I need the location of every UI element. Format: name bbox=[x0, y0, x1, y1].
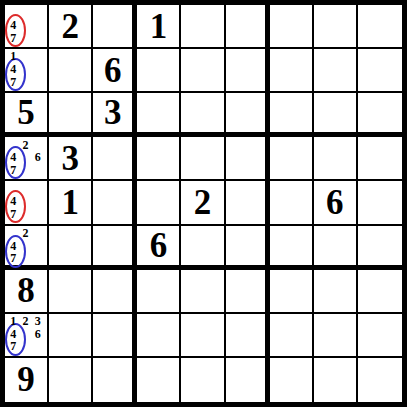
pencil-marks: 247 bbox=[7, 227, 44, 265]
cell-r6c6[interactable] bbox=[226, 226, 270, 270]
given-digit: 5 bbox=[5, 93, 47, 132]
cell-r3c2[interactable] bbox=[49, 93, 93, 137]
cell-r1c1[interactable]: 47 bbox=[5, 5, 49, 49]
cell-r3c8[interactable] bbox=[314, 93, 358, 137]
candidate-4: 4 bbox=[7, 239, 19, 252]
cell-r7c3[interactable] bbox=[93, 270, 137, 314]
cell-r4c5[interactable] bbox=[181, 137, 225, 181]
pencil-marks: 2467 bbox=[7, 138, 44, 176]
cell-r4c2[interactable]: 3 bbox=[49, 137, 93, 181]
candidate-7: 7 bbox=[7, 252, 19, 265]
pencil-marks: 123467 bbox=[7, 315, 44, 353]
candidate-3: 3 bbox=[32, 315, 44, 328]
cell-r8c5[interactable] bbox=[181, 314, 225, 358]
given-digit: 1 bbox=[49, 181, 91, 223]
cell-r2c7[interactable] bbox=[270, 49, 314, 93]
candidate-6: 6 bbox=[32, 327, 44, 340]
cell-r7c4[interactable] bbox=[137, 270, 181, 314]
cell-r6c5[interactable] bbox=[181, 226, 225, 270]
cell-r7c1[interactable]: 8 bbox=[5, 270, 49, 314]
cell-r4c9[interactable] bbox=[358, 137, 402, 181]
cell-r9c6[interactable] bbox=[226, 358, 270, 402]
cell-r1c4[interactable]: 1 bbox=[137, 5, 181, 49]
cell-r1c3[interactable] bbox=[93, 5, 137, 49]
cell-r7c5[interactable] bbox=[181, 270, 225, 314]
cell-r4c7[interactable] bbox=[270, 137, 314, 181]
cell-r3c4[interactable] bbox=[137, 93, 181, 137]
cell-r6c7[interactable] bbox=[270, 226, 314, 270]
cell-r9c4[interactable] bbox=[137, 358, 181, 402]
cell-r6c2[interactable] bbox=[49, 226, 93, 270]
pencil-marks: 47 bbox=[7, 6, 44, 44]
candidate-7: 7 bbox=[7, 340, 19, 353]
cell-r4c3[interactable] bbox=[93, 137, 137, 181]
cell-r1c9[interactable] bbox=[358, 5, 402, 49]
given-digit: 1 bbox=[137, 5, 179, 47]
candidate-1: 1 bbox=[7, 315, 19, 328]
pencil-marks: 147 bbox=[7, 50, 44, 88]
cell-r5c3[interactable] bbox=[93, 181, 137, 225]
cell-r8c1[interactable]: 123467 bbox=[5, 314, 49, 358]
cell-r3c3[interactable]: 3 bbox=[93, 93, 137, 137]
cell-r5c1[interactable]: 47 bbox=[5, 181, 49, 225]
cell-r3c1[interactable]: 5 bbox=[5, 93, 49, 137]
cell-r9c2[interactable] bbox=[49, 358, 93, 402]
cell-r4c1[interactable]: 2467 bbox=[5, 137, 49, 181]
cell-r8c7[interactable] bbox=[270, 314, 314, 358]
cell-r2c9[interactable] bbox=[358, 49, 402, 93]
candidate-7: 7 bbox=[7, 164, 19, 177]
candidate-6: 6 bbox=[32, 151, 44, 164]
cell-r3c9[interactable] bbox=[358, 93, 402, 137]
given-digit: 8 bbox=[5, 270, 47, 312]
candidate-4: 4 bbox=[7, 63, 19, 76]
cell-r1c6[interactable] bbox=[226, 5, 270, 49]
cell-r3c5[interactable] bbox=[181, 93, 225, 137]
cell-r5c8[interactable]: 6 bbox=[314, 181, 358, 225]
cell-r6c3[interactable] bbox=[93, 226, 137, 270]
cell-r8c6[interactable] bbox=[226, 314, 270, 358]
cell-r4c4[interactable] bbox=[137, 137, 181, 181]
cell-r2c4[interactable] bbox=[137, 49, 181, 93]
candidate-2: 2 bbox=[19, 227, 31, 240]
cell-r5c7[interactable] bbox=[270, 181, 314, 225]
candidate-4: 4 bbox=[7, 19, 19, 32]
cell-r6c9[interactable] bbox=[358, 226, 402, 270]
cell-r7c6[interactable] bbox=[226, 270, 270, 314]
cell-r7c9[interactable] bbox=[358, 270, 402, 314]
cell-r9c8[interactable] bbox=[314, 358, 358, 402]
given-digit: 3 bbox=[93, 93, 132, 132]
candidate-2: 2 bbox=[19, 315, 31, 328]
candidate-7: 7 bbox=[7, 75, 19, 88]
cell-r5c2[interactable]: 1 bbox=[49, 181, 93, 225]
given-digit: 6 bbox=[137, 226, 179, 265]
cell-r9c1[interactable]: 9 bbox=[5, 358, 49, 402]
candidate-1: 1 bbox=[7, 50, 19, 63]
cell-r8c3[interactable] bbox=[93, 314, 137, 358]
cell-r8c2[interactable] bbox=[49, 314, 93, 358]
candidate-2: 2 bbox=[19, 138, 31, 151]
cell-r1c5[interactable] bbox=[181, 5, 225, 49]
cell-r9c5[interactable] bbox=[181, 358, 225, 402]
cell-r2c8[interactable] bbox=[314, 49, 358, 93]
candidate-7: 7 bbox=[7, 31, 19, 44]
cell-r8c9[interactable] bbox=[358, 314, 402, 358]
cell-r9c7[interactable] bbox=[270, 358, 314, 402]
candidate-4: 4 bbox=[7, 195, 19, 208]
cell-r8c4[interactable] bbox=[137, 314, 181, 358]
cell-r2c1[interactable]: 147 bbox=[5, 49, 49, 93]
cell-r5c9[interactable] bbox=[358, 181, 402, 225]
cell-r6c1[interactable]: 247 bbox=[5, 226, 49, 270]
cell-r2c2[interactable] bbox=[49, 49, 93, 93]
cell-r1c2[interactable]: 2 bbox=[49, 5, 93, 49]
cell-r7c2[interactable] bbox=[49, 270, 93, 314]
cell-r2c6[interactable] bbox=[226, 49, 270, 93]
candidate-7: 7 bbox=[7, 208, 19, 221]
cell-r7c7[interactable] bbox=[270, 270, 314, 314]
cell-r7c8[interactable] bbox=[314, 270, 358, 314]
candidate-4: 4 bbox=[7, 151, 19, 164]
given-digit: 2 bbox=[49, 5, 91, 47]
cell-r5c5[interactable]: 2 bbox=[181, 181, 225, 225]
given-digit: 3 bbox=[49, 137, 91, 179]
given-digit: 9 bbox=[5, 358, 47, 402]
cell-r2c5[interactable] bbox=[181, 49, 225, 93]
cell-r6c4[interactable]: 6 bbox=[137, 226, 181, 270]
cell-r3c7[interactable] bbox=[270, 93, 314, 137]
cell-r6c8[interactable] bbox=[314, 226, 358, 270]
cell-r1c7[interactable] bbox=[270, 5, 314, 49]
given-digit: 2 bbox=[181, 181, 223, 223]
cell-r1c8[interactable] bbox=[314, 5, 358, 49]
cell-r9c9[interactable] bbox=[358, 358, 402, 402]
sudoku-board: 47211476532467347126247681234679 bbox=[0, 0, 407, 407]
cell-r3c6[interactable] bbox=[226, 93, 270, 137]
cell-r5c6[interactable] bbox=[226, 181, 270, 225]
pencil-marks: 47 bbox=[7, 182, 44, 220]
cell-r5c4[interactable] bbox=[137, 181, 181, 225]
cell-r8c8[interactable] bbox=[314, 314, 358, 358]
cell-r4c8[interactable] bbox=[314, 137, 358, 181]
given-digit: 6 bbox=[93, 49, 132, 91]
candidate-4: 4 bbox=[7, 327, 19, 340]
cell-r9c3[interactable] bbox=[93, 358, 137, 402]
given-digit: 6 bbox=[314, 181, 356, 223]
cell-r4c6[interactable] bbox=[226, 137, 270, 181]
cell-r2c3[interactable]: 6 bbox=[93, 49, 137, 93]
